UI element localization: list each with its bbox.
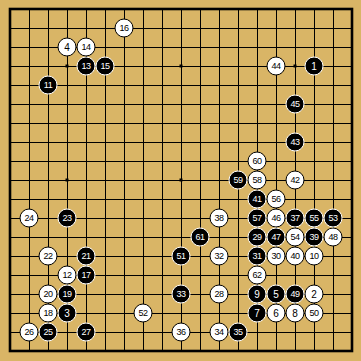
star-point [66, 65, 69, 68]
move-number: 57 [252, 214, 261, 223]
stone-17-black: 17 [77, 266, 96, 285]
stone-29-black: 29 [248, 228, 267, 247]
move-number: 59 [233, 176, 242, 185]
move-number: 5 [273, 289, 279, 299]
move-number: 25 [43, 328, 52, 337]
stone-10-white: 10 [305, 247, 324, 266]
stone-1-black: 1 [305, 57, 324, 76]
move-number: 19 [62, 290, 71, 299]
move-number: 23 [62, 214, 71, 223]
move-number: 36 [176, 328, 185, 337]
move-number: 15 [100, 62, 109, 71]
move-number: 30 [271, 252, 280, 261]
stone-36-white: 36 [172, 323, 191, 342]
stone-44-white: 44 [267, 57, 286, 76]
move-number: 46 [271, 214, 280, 223]
move-number: 41 [252, 195, 261, 204]
move-number: 18 [43, 309, 52, 318]
stone-24-white: 24 [20, 209, 39, 228]
move-number: 38 [214, 214, 223, 223]
stone-42-white: 42 [286, 171, 305, 190]
move-number: 8 [292, 308, 298, 318]
move-number: 27 [81, 328, 90, 337]
stone-26-white: 26 [20, 323, 39, 342]
move-number: 62 [252, 271, 261, 280]
move-number: 1 [311, 61, 317, 71]
stone-46-white: 46 [267, 209, 286, 228]
stone-4-white: 4 [58, 38, 77, 57]
stone-21-black: 21 [77, 247, 96, 266]
stone-50-white: 50 [305, 304, 324, 323]
move-number: 48 [328, 233, 337, 242]
move-number: 31 [252, 252, 261, 261]
move-number: 12 [62, 271, 71, 280]
stone-25-black: 25 [39, 323, 58, 342]
move-number: 52 [138, 309, 147, 318]
move-number: 16 [119, 24, 128, 33]
move-number: 9 [254, 289, 260, 299]
stone-62-white: 62 [248, 266, 267, 285]
stone-54-white: 54 [286, 228, 305, 247]
move-number: 51 [176, 252, 185, 261]
move-number: 49 [290, 290, 299, 299]
move-number: 24 [24, 214, 33, 223]
star-point [180, 65, 183, 68]
move-number: 39 [309, 233, 318, 242]
stone-33-black: 33 [172, 285, 191, 304]
stone-49-black: 49 [286, 285, 305, 304]
stone-14-white: 14 [77, 38, 96, 57]
stone-6-white: 6 [267, 304, 286, 323]
move-number: 54 [290, 233, 299, 242]
move-number: 21 [81, 252, 90, 261]
move-number: 60 [252, 157, 261, 166]
stone-37-black: 37 [286, 209, 305, 228]
move-number: 37 [290, 214, 299, 223]
stone-51-black: 51 [172, 247, 191, 266]
stone-5-black: 5 [267, 285, 286, 304]
move-number: 3 [64, 308, 70, 318]
stone-30-white: 30 [267, 247, 286, 266]
stone-13-black: 13 [77, 57, 96, 76]
move-number: 47 [271, 233, 280, 242]
move-number: 44 [271, 62, 280, 71]
move-number: 17 [81, 271, 90, 280]
move-number: 22 [43, 252, 52, 261]
stone-43-black: 43 [286, 133, 305, 152]
move-number: 45 [290, 100, 299, 109]
stone-32-white: 32 [210, 247, 229, 266]
stone-11-black: 11 [39, 76, 58, 95]
stone-20-white: 20 [39, 285, 58, 304]
stone-60-white: 60 [248, 152, 267, 171]
stone-15-black: 15 [96, 57, 115, 76]
stone-55-black: 55 [305, 209, 324, 228]
move-number: 58 [252, 176, 261, 185]
stone-23-black: 23 [58, 209, 77, 228]
move-number: 28 [214, 290, 223, 299]
move-number: 6 [273, 308, 279, 318]
stone-39-black: 39 [305, 228, 324, 247]
stone-40-white: 40 [286, 247, 305, 266]
move-number: 26 [24, 328, 33, 337]
move-number: 32 [214, 252, 223, 261]
stone-19-black: 19 [58, 285, 77, 304]
move-number: 50 [309, 309, 318, 318]
stone-28-white: 28 [210, 285, 229, 304]
stone-7-black: 7 [248, 304, 267, 323]
stone-45-black: 45 [286, 95, 305, 114]
stone-56-white: 56 [267, 190, 286, 209]
stone-57-black: 57 [248, 209, 267, 228]
stone-31-black: 31 [248, 247, 267, 266]
stone-52-white: 52 [134, 304, 153, 323]
move-number: 14 [81, 43, 90, 52]
move-number: 42 [290, 176, 299, 185]
stone-38-white: 38 [210, 209, 229, 228]
stone-34-white: 34 [210, 323, 229, 342]
move-number: 56 [271, 195, 280, 204]
stone-12-white: 12 [58, 266, 77, 285]
stone-22-white: 22 [39, 247, 58, 266]
move-number: 43 [290, 138, 299, 147]
stone-47-black: 47 [267, 228, 286, 247]
stone-2-white: 2 [305, 285, 324, 304]
move-number: 2 [311, 289, 317, 299]
move-number: 7 [254, 308, 260, 318]
move-number: 4 [64, 42, 70, 52]
move-number: 61 [195, 233, 204, 242]
stone-48-white: 48 [324, 228, 343, 247]
go-board[interactable]: 1234567891011121314151617181920212223242… [0, 0, 361, 361]
stone-16-white: 16 [115, 19, 134, 38]
move-number: 53 [328, 214, 337, 223]
move-number: 34 [214, 328, 223, 337]
stone-8-white: 8 [286, 304, 305, 323]
stone-27-black: 27 [77, 323, 96, 342]
star-point [180, 179, 183, 182]
move-number: 13 [81, 62, 90, 71]
star-point [66, 179, 69, 182]
move-number: 35 [233, 328, 242, 337]
move-number: 29 [252, 233, 261, 242]
star-point [294, 65, 297, 68]
move-number: 11 [44, 81, 52, 90]
stone-53-black: 53 [324, 209, 343, 228]
move-number: 55 [309, 214, 318, 223]
stone-35-black: 35 [229, 323, 248, 342]
stone-41-black: 41 [248, 190, 267, 209]
stone-58-white: 58 [248, 171, 267, 190]
move-number: 10 [309, 252, 318, 261]
move-number: 40 [290, 252, 299, 261]
stone-3-black: 3 [58, 304, 77, 323]
stone-59-black: 59 [229, 171, 248, 190]
stone-18-white: 18 [39, 304, 58, 323]
move-number: 20 [43, 290, 52, 299]
stone-61-black: 61 [191, 228, 210, 247]
stone-9-black: 9 [248, 285, 267, 304]
move-number: 33 [176, 290, 185, 299]
